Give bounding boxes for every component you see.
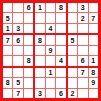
sudoku-cell-r4c9[interactable] bbox=[89, 35, 98, 44]
sudoku-cell-r1c9[interactable] bbox=[89, 3, 98, 12]
sudoku-cell-r7c7[interactable] bbox=[68, 68, 77, 77]
sudoku-cell-r6c6[interactable]: 4 bbox=[56, 56, 65, 65]
sudoku-cell-r2c1[interactable]: 5 bbox=[3, 13, 12, 22]
sudoku-cell-r5c6[interactable] bbox=[56, 46, 65, 55]
sudoku-cell-r8c8[interactable] bbox=[78, 78, 87, 87]
sudoku-cell-r1c5[interactable] bbox=[46, 3, 55, 12]
sudoku-cell-r6c8[interactable]: 6 bbox=[78, 56, 87, 65]
sudoku-cell-r9c7[interactable]: 2 bbox=[68, 89, 77, 98]
sudoku-cell-r1c4[interactable]: 1 bbox=[35, 3, 44, 12]
sudoku-cell-r1c3[interactable]: 6 bbox=[24, 3, 33, 12]
sudoku-cell-r3c7[interactable] bbox=[68, 24, 77, 33]
sudoku-cell-r4c1[interactable]: 7 bbox=[3, 35, 12, 44]
sudoku-cell-r3c9[interactable] bbox=[89, 24, 98, 33]
sudoku-cell-r3c4[interactable] bbox=[35, 24, 44, 33]
sudoku-cell-r3c6[interactable] bbox=[56, 24, 65, 33]
sudoku-cell-r2c8[interactable]: 2 bbox=[78, 13, 87, 22]
sudoku-cell-r5c8[interactable] bbox=[78, 46, 87, 55]
sudoku-cell-r9c9[interactable] bbox=[89, 89, 98, 98]
sudoku-cell-r7c5[interactable]: 1 bbox=[46, 68, 55, 77]
sudoku-cell-r1c6[interactable]: 8 bbox=[56, 3, 65, 12]
sudoku-cell-r4c4[interactable]: 8 bbox=[35, 35, 44, 44]
sudoku-block-01: 184 bbox=[35, 3, 65, 33]
sudoku-block-02: 327 bbox=[68, 3, 98, 33]
sudoku-cell-r9c4[interactable]: 3 bbox=[35, 89, 44, 98]
sudoku-cell-r7c3[interactable] bbox=[24, 68, 33, 77]
sudoku-cell-r4c8[interactable] bbox=[78, 35, 87, 44]
sudoku-block-10: 768 bbox=[3, 35, 33, 65]
sudoku-cell-r3c3[interactable] bbox=[24, 24, 33, 33]
sudoku-cell-r4c5[interactable] bbox=[46, 35, 55, 44]
sudoku-cell-r7c1[interactable] bbox=[3, 68, 12, 77]
sudoku-cell-r3c1[interactable]: 1 bbox=[3, 24, 12, 33]
sudoku-cell-r6c9[interactable]: 1 bbox=[89, 56, 98, 65]
sudoku-cell-r9c3[interactable] bbox=[24, 89, 33, 98]
sudoku-cell-r8c9[interactable]: 9 bbox=[89, 78, 98, 87]
sudoku-cell-r8c2[interactable]: 5 bbox=[13, 78, 22, 87]
sudoku-cell-r1c8[interactable]: 3 bbox=[78, 3, 87, 12]
sudoku-cell-r6c7[interactable] bbox=[68, 56, 77, 65]
sudoku-block-21: 136 bbox=[35, 68, 65, 98]
sudoku-cell-r7c2[interactable] bbox=[13, 68, 22, 77]
sudoku-cell-r3c5[interactable]: 4 bbox=[46, 24, 55, 33]
sudoku-cell-r6c1[interactable] bbox=[3, 56, 12, 65]
sudoku-cell-r4c7[interactable]: 5 bbox=[68, 35, 77, 44]
sudoku-cell-r8c6[interactable] bbox=[56, 78, 65, 87]
sudoku-cell-r2c9[interactable]: 7 bbox=[89, 13, 98, 22]
sudoku-cell-r6c2[interactable] bbox=[13, 56, 22, 65]
sudoku-cell-r1c7[interactable] bbox=[68, 3, 77, 12]
sudoku-cell-r5c9[interactable] bbox=[89, 46, 98, 55]
sudoku-cell-r5c5[interactable]: 9 bbox=[46, 46, 55, 55]
sudoku-cell-r3c8[interactable] bbox=[78, 24, 87, 33]
sudoku-cell-r9c5[interactable] bbox=[46, 89, 55, 98]
sudoku-cell-r8c7[interactable] bbox=[68, 78, 77, 87]
sudoku-cell-r2c6[interactable] bbox=[56, 13, 65, 22]
sudoku-cell-r5c7[interactable] bbox=[68, 46, 77, 55]
sudoku-cell-r4c2[interactable]: 6 bbox=[13, 35, 22, 44]
sudoku-cell-r4c3[interactable] bbox=[24, 35, 33, 44]
sudoku-cell-r7c4[interactable] bbox=[35, 68, 44, 77]
sudoku-cell-r3c2[interactable]: 3 bbox=[13, 24, 22, 33]
sudoku-block-20: 857 bbox=[3, 68, 33, 98]
sudoku-cell-r7c6[interactable] bbox=[56, 68, 65, 77]
sudoku-cell-r8c3[interactable] bbox=[24, 78, 33, 87]
sudoku-block-12: 561 bbox=[68, 35, 98, 65]
sudoku-cell-r6c3[interactable]: 8 bbox=[24, 56, 33, 65]
sudoku-cell-r7c9[interactable]: 8 bbox=[89, 68, 98, 77]
sudoku-cell-r5c2[interactable] bbox=[13, 46, 22, 55]
sudoku-cell-r9c8[interactable] bbox=[78, 89, 87, 98]
sudoku-cell-r2c3[interactable] bbox=[24, 13, 33, 22]
sudoku-cell-r8c4[interactable] bbox=[35, 78, 44, 87]
sudoku-block-11: 894 bbox=[35, 35, 65, 65]
sudoku-cell-r2c2[interactable] bbox=[13, 13, 22, 22]
sudoku-cell-r2c7[interactable] bbox=[68, 13, 77, 22]
sudoku-cell-r2c5[interactable] bbox=[46, 13, 55, 22]
sudoku-cell-r7c8[interactable]: 7 bbox=[78, 68, 87, 77]
sudoku-cell-r2c4[interactable] bbox=[35, 13, 44, 22]
sudoku-cell-r9c1[interactable] bbox=[3, 89, 12, 98]
sudoku-block-00: 6513 bbox=[3, 3, 33, 33]
sudoku-cell-r5c4[interactable] bbox=[35, 46, 44, 55]
sudoku-cell-r9c2[interactable]: 7 bbox=[13, 89, 22, 98]
sudoku-cell-r6c5[interactable] bbox=[46, 56, 55, 65]
sudoku-board: 65131843277688945618571367892 bbox=[0, 0, 101, 101]
sudoku-cell-r8c5[interactable] bbox=[46, 78, 55, 87]
sudoku-cell-r1c1[interactable] bbox=[3, 3, 12, 12]
sudoku-cell-r8c1[interactable]: 8 bbox=[3, 78, 12, 87]
sudoku-cell-r9c6[interactable]: 6 bbox=[56, 89, 65, 98]
sudoku-cell-r4c6[interactable] bbox=[56, 35, 65, 44]
sudoku-cell-r1c2[interactable] bbox=[13, 3, 22, 12]
sudoku-block-22: 7892 bbox=[68, 68, 98, 98]
sudoku-cell-r5c3[interactable] bbox=[24, 46, 33, 55]
sudoku-cell-r5c1[interactable] bbox=[3, 46, 12, 55]
sudoku-cell-r6c4[interactable] bbox=[35, 56, 44, 65]
